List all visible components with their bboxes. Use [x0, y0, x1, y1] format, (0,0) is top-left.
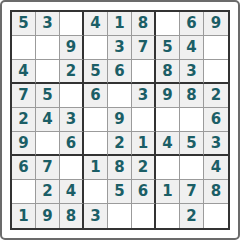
cell-r4c2[interactable]: 5 [36, 84, 60, 108]
cell-r1c7[interactable] [156, 12, 180, 36]
cell-r2c9[interactable] [204, 36, 228, 60]
cell-r2c2[interactable] [36, 36, 60, 60]
cell-r7c7[interactable] [156, 156, 180, 180]
cell-r8c3[interactable]: 4 [60, 180, 84, 204]
cell-r8c9[interactable]: 8 [204, 180, 228, 204]
cell-r6c8[interactable]: 5 [180, 132, 204, 156]
cell-r2c8[interactable]: 4 [180, 36, 204, 60]
cell-r6c9[interactable]: 3 [204, 132, 228, 156]
cell-r9c1[interactable]: 1 [12, 204, 36, 228]
cell-r5c3[interactable]: 3 [60, 108, 84, 132]
cell-r8c7[interactable]: 1 [156, 180, 180, 204]
cell-r9c4[interactable]: 3 [84, 204, 108, 228]
cell-r5c1[interactable]: 2 [12, 108, 36, 132]
cell-r3c6[interactable] [132, 60, 156, 84]
cell-r3c4[interactable]: 5 [84, 60, 108, 84]
cell-r5c2[interactable]: 4 [36, 108, 60, 132]
cell-r6c4[interactable] [84, 132, 108, 156]
cell-r3c9[interactable] [204, 60, 228, 84]
cell-r1c2[interactable]: 3 [36, 12, 60, 36]
cell-r3c3[interactable]: 2 [60, 60, 84, 84]
cell-r2c4[interactable] [84, 36, 108, 60]
cell-r8c4[interactable] [84, 180, 108, 204]
cell-r5c4[interactable] [84, 108, 108, 132]
cell-r2c7[interactable]: 5 [156, 36, 180, 60]
cell-r8c5[interactable]: 5 [108, 180, 132, 204]
cell-r7c3[interactable] [60, 156, 84, 180]
cell-r5c7[interactable] [156, 108, 180, 132]
cell-r9c2[interactable]: 9 [36, 204, 60, 228]
cell-r7c2[interactable]: 7 [36, 156, 60, 180]
cell-r5c5[interactable]: 9 [108, 108, 132, 132]
cell-r3c7[interactable]: 8 [156, 60, 180, 84]
cell-r7c1[interactable]: 6 [12, 156, 36, 180]
cell-r5c8[interactable] [180, 108, 204, 132]
cell-r4c9[interactable]: 2 [204, 84, 228, 108]
cell-r1c1[interactable]: 5 [12, 12, 36, 36]
cell-r4c1[interactable]: 7 [12, 84, 36, 108]
cell-r9c3[interactable]: 8 [60, 204, 84, 228]
cell-r9c8[interactable]: 2 [180, 204, 204, 228]
cell-r2c3[interactable]: 9 [60, 36, 84, 60]
cell-r7c6[interactable]: 2 [132, 156, 156, 180]
cell-r6c5[interactable]: 2 [108, 132, 132, 156]
cell-r3c2[interactable] [36, 60, 60, 84]
cell-r6c2[interactable] [36, 132, 60, 156]
cell-r9c9[interactable] [204, 204, 228, 228]
cell-r8c6[interactable]: 6 [132, 180, 156, 204]
cell-r6c6[interactable]: 1 [132, 132, 156, 156]
cell-r3c1[interactable]: 4 [12, 60, 36, 84]
cell-r6c1[interactable]: 9 [12, 132, 36, 156]
cell-r4c3[interactable] [60, 84, 84, 108]
cell-r4c4[interactable]: 6 [84, 84, 108, 108]
cell-r8c2[interactable]: 2 [36, 180, 60, 204]
cell-r2c1[interactable] [12, 36, 36, 60]
cell-r8c1[interactable] [12, 180, 36, 204]
cell-r2c6[interactable]: 7 [132, 36, 156, 60]
cell-r1c3[interactable] [60, 12, 84, 36]
cell-r1c9[interactable]: 9 [204, 12, 228, 36]
cell-r2c5[interactable]: 3 [108, 36, 132, 60]
cell-r3c8[interactable]: 3 [180, 60, 204, 84]
cell-r4c8[interactable]: 8 [180, 84, 204, 108]
cell-r5c6[interactable] [132, 108, 156, 132]
cell-r7c9[interactable]: 4 [204, 156, 228, 180]
cell-r6c7[interactable]: 4 [156, 132, 180, 156]
cell-r7c4[interactable]: 1 [84, 156, 108, 180]
cell-r9c7[interactable] [156, 204, 180, 228]
cell-r1c8[interactable]: 6 [180, 12, 204, 36]
cell-r1c5[interactable]: 1 [108, 12, 132, 36]
sudoku-board: 5341869937544256837563982243969621453671… [10, 10, 230, 230]
cell-r4c7[interactable]: 9 [156, 84, 180, 108]
cell-r1c6[interactable]: 8 [132, 12, 156, 36]
cell-r5c9[interactable]: 6 [204, 108, 228, 132]
cell-r8c8[interactable]: 7 [180, 180, 204, 204]
cell-r6c3[interactable]: 6 [60, 132, 84, 156]
page-frame: 5341869937544256837563982243969621453671… [0, 0, 240, 240]
cell-r9c5[interactable] [108, 204, 132, 228]
cell-r9c6[interactable] [132, 204, 156, 228]
cell-r3c5[interactable]: 6 [108, 60, 132, 84]
cell-r1c4[interactable]: 4 [84, 12, 108, 36]
cell-r4c5[interactable] [108, 84, 132, 108]
cell-r7c5[interactable]: 8 [108, 156, 132, 180]
cell-r4c6[interactable]: 3 [132, 84, 156, 108]
cell-r7c8[interactable] [180, 156, 204, 180]
